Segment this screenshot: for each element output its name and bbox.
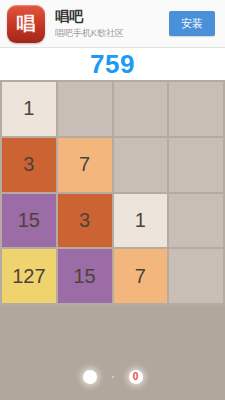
tile-15: 15 [2, 194, 56, 248]
ad-app-subtitle: 唱吧手机K歌社区 [55, 27, 169, 40]
tile-7: 7 [58, 138, 112, 192]
empty-cell [114, 82, 168, 136]
tile-127: 127 [2, 249, 56, 303]
changba-icon-glyph: 唱 [17, 14, 36, 33]
counter-label: 0 [133, 372, 139, 382]
ad-banner-text: 唱吧 唱吧手机K歌社区 [55, 8, 169, 40]
tile-15: 15 [58, 249, 112, 303]
install-button[interactable]: 安装 [169, 11, 215, 36]
tile-7: 7 [114, 249, 168, 303]
page-dot-counter[interactable]: 0 [129, 370, 143, 384]
empty-cell [169, 138, 223, 192]
empty-cell [169, 249, 223, 303]
empty-cell [58, 82, 112, 136]
score-display: 759 [90, 48, 135, 80]
tile-1: 1 [114, 194, 168, 248]
page-indicator: 0 [0, 370, 225, 384]
page-dot-active[interactable] [83, 370, 97, 384]
score-area: 759 [0, 48, 225, 80]
tile-3: 3 [2, 138, 56, 192]
empty-cell [169, 194, 223, 248]
changba-app-icon: 唱 [7, 5, 45, 43]
ad-banner[interactable]: 唱 唱吧 唱吧手机K歌社区 安装 [0, 0, 225, 48]
footer: 0 [0, 305, 225, 400]
tile-3: 3 [58, 194, 112, 248]
empty-cell [114, 138, 168, 192]
page-dot-separator [112, 376, 114, 378]
empty-cell [169, 82, 223, 136]
game-board[interactable]: 1371531127157 [0, 80, 225, 305]
tile-1: 1 [2, 82, 56, 136]
ad-app-title: 唱吧 [55, 8, 169, 25]
